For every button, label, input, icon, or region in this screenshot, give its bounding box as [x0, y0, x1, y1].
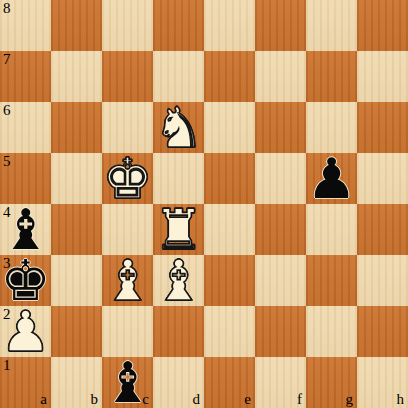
square-h2[interactable]	[357, 306, 408, 357]
square-g1[interactable]: g	[306, 357, 357, 408]
square-f8[interactable]	[255, 0, 306, 51]
piece-white-king-c5[interactable]: ♚	[102, 153, 153, 204]
file-label-h: h	[397, 392, 405, 407]
square-a8[interactable]: 8	[0, 0, 51, 51]
file-label-a: a	[40, 392, 47, 407]
square-f1[interactable]: f	[255, 357, 306, 408]
square-b4[interactable]	[51, 204, 102, 255]
rank-label-1: 1	[3, 358, 11, 373]
square-f5[interactable]	[255, 153, 306, 204]
square-c8[interactable]	[102, 0, 153, 51]
piece-black-pawn-g5[interactable]: ♟	[306, 153, 357, 204]
square-g7[interactable]	[306, 51, 357, 102]
square-e3[interactable]	[204, 255, 255, 306]
square-d3[interactable]: ♝	[153, 255, 204, 306]
square-b2[interactable]	[51, 306, 102, 357]
square-c1[interactable]: c♝	[102, 357, 153, 408]
file-label-f: f	[297, 392, 302, 407]
piece-white-bishop-c3[interactable]: ♝	[102, 255, 153, 306]
square-e4[interactable]	[204, 204, 255, 255]
file-label-b: b	[91, 392, 99, 407]
square-g8[interactable]	[306, 0, 357, 51]
square-d1[interactable]: d	[153, 357, 204, 408]
square-h5[interactable]	[357, 153, 408, 204]
square-c7[interactable]	[102, 51, 153, 102]
rank-label-2: 2	[3, 307, 11, 322]
square-h7[interactable]	[357, 51, 408, 102]
square-h4[interactable]	[357, 204, 408, 255]
file-label-c: c	[142, 392, 149, 407]
piece-white-bishop-d3[interactable]: ♝	[153, 255, 204, 306]
file-label-e: e	[244, 392, 251, 407]
square-a7[interactable]: 7	[0, 51, 51, 102]
rank-label-7: 7	[3, 52, 11, 67]
square-e8[interactable]	[204, 0, 255, 51]
square-h1[interactable]: h	[357, 357, 408, 408]
square-h6[interactable]	[357, 102, 408, 153]
square-h8[interactable]	[357, 0, 408, 51]
square-c5[interactable]: ♚	[102, 153, 153, 204]
square-h3[interactable]	[357, 255, 408, 306]
square-b6[interactable]	[51, 102, 102, 153]
square-f2[interactable]	[255, 306, 306, 357]
square-b5[interactable]	[51, 153, 102, 204]
rank-label-8: 8	[3, 1, 11, 16]
square-g4[interactable]	[306, 204, 357, 255]
rank-label-3: 3	[3, 256, 11, 271]
square-a1[interactable]: 1a	[0, 357, 51, 408]
square-g5[interactable]: ♟	[306, 153, 357, 204]
square-f7[interactable]	[255, 51, 306, 102]
square-g3[interactable]	[306, 255, 357, 306]
chess-board: 876♞5♚♟4♝♜3♚♝♝2♟1abc♝defgh	[0, 0, 408, 408]
square-f6[interactable]	[255, 102, 306, 153]
rank-label-4: 4	[3, 205, 11, 220]
square-e2[interactable]	[204, 306, 255, 357]
square-b3[interactable]	[51, 255, 102, 306]
square-b1[interactable]: b	[51, 357, 102, 408]
square-f3[interactable]	[255, 255, 306, 306]
square-a2[interactable]: 2♟	[0, 306, 51, 357]
square-e1[interactable]: e	[204, 357, 255, 408]
square-b8[interactable]	[51, 0, 102, 51]
rank-label-6: 6	[3, 103, 11, 118]
piece-white-knight-d6[interactable]: ♞	[153, 102, 204, 153]
file-label-d: d	[193, 392, 201, 407]
square-c3[interactable]: ♝	[102, 255, 153, 306]
square-d8[interactable]	[153, 0, 204, 51]
square-e6[interactable]	[204, 102, 255, 153]
square-e5[interactable]	[204, 153, 255, 204]
square-e7[interactable]	[204, 51, 255, 102]
square-g2[interactable]	[306, 306, 357, 357]
square-a6[interactable]: 6	[0, 102, 51, 153]
square-b7[interactable]	[51, 51, 102, 102]
rank-label-5: 5	[3, 154, 11, 169]
file-label-g: g	[346, 392, 354, 407]
square-f4[interactable]	[255, 204, 306, 255]
square-d2[interactable]	[153, 306, 204, 357]
square-d6[interactable]: ♞	[153, 102, 204, 153]
